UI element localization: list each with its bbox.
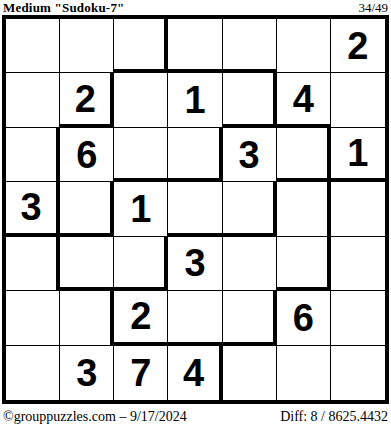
cell-r4c4[interactable]	[168, 182, 222, 236]
cell-r7c1[interactable]	[6, 346, 60, 400]
cell-r3c1[interactable]	[6, 128, 60, 182]
cell-r1c4[interactable]	[168, 19, 222, 73]
cell-r3c4[interactable]	[168, 128, 222, 182]
footer: ©grouppuzzles.com – 9/17/2024 Diff: 8 / …	[3, 408, 388, 425]
cell-r2c1[interactable]	[6, 73, 60, 127]
cell-r2c2[interactable]: 2	[60, 73, 114, 127]
difficulty-text: Diff: 8 / 8625.4432	[280, 409, 388, 425]
cell-r4c6[interactable]	[277, 182, 331, 236]
cell-r6c6[interactable]: 6	[277, 291, 331, 345]
cell-r7c6[interactable]	[277, 346, 331, 400]
cell-r1c3[interactable]	[114, 19, 168, 73]
cell-r1c1[interactable]	[6, 19, 60, 73]
header: Medium "Sudoku-7" 34/49	[3, 0, 388, 14]
copyright-text: ©grouppuzzles.com – 9/17/2024	[3, 409, 187, 425]
cell-r5c4[interactable]: 3	[168, 237, 222, 291]
sudoku-board: 221463131326374	[2, 15, 389, 404]
cell-r7c4[interactable]: 4	[168, 346, 222, 400]
cell-r1c7[interactable]: 2	[331, 19, 385, 73]
cell-r5c1[interactable]	[6, 237, 60, 291]
cell-r5c6[interactable]	[277, 237, 331, 291]
cell-r7c2[interactable]: 3	[60, 346, 114, 400]
cell-r1c5[interactable]	[223, 19, 277, 73]
cell-r3c6[interactable]	[277, 128, 331, 182]
cell-r2c7[interactable]	[331, 73, 385, 127]
cell-r7c3[interactable]: 7	[114, 346, 168, 400]
puzzle-title: Medium "Sudoku-7"	[3, 0, 125, 16]
cell-r3c7[interactable]: 1	[331, 128, 385, 182]
cell-r5c5[interactable]	[223, 237, 277, 291]
cell-r3c3[interactable]	[114, 128, 168, 182]
cell-r4c1[interactable]: 3	[6, 182, 60, 236]
cell-r2c3[interactable]	[114, 73, 168, 127]
cell-r4c5[interactable]	[223, 182, 277, 236]
cell-r3c2[interactable]: 6	[60, 128, 114, 182]
cell-r6c1[interactable]	[6, 291, 60, 345]
cell-r4c7[interactable]	[331, 182, 385, 236]
cell-r4c3[interactable]: 1	[114, 182, 168, 236]
cell-r5c7[interactable]	[331, 237, 385, 291]
cell-r7c7[interactable]	[331, 346, 385, 400]
cell-r4c2[interactable]	[60, 182, 114, 236]
cell-r2c5[interactable]	[223, 73, 277, 127]
cell-r6c7[interactable]	[331, 291, 385, 345]
cell-r6c5[interactable]	[223, 291, 277, 345]
cell-r1c6[interactable]	[277, 19, 331, 73]
cell-r1c2[interactable]	[60, 19, 114, 73]
cell-r2c6[interactable]: 4	[277, 73, 331, 127]
cell-r6c2[interactable]	[60, 291, 114, 345]
cell-r6c3[interactable]: 2	[114, 291, 168, 345]
cell-r2c4[interactable]: 1	[168, 73, 222, 127]
cell-r3c5[interactable]: 3	[223, 128, 277, 182]
cell-r5c2[interactable]	[60, 237, 114, 291]
cell-r6c4[interactable]	[168, 291, 222, 345]
cell-r7c5[interactable]	[223, 346, 277, 400]
progress-counter: 34/49	[358, 0, 388, 16]
sudoku-page: Medium "Sudoku-7" 34/49 221463131326374 …	[0, 0, 391, 426]
cell-r5c3[interactable]	[114, 237, 168, 291]
